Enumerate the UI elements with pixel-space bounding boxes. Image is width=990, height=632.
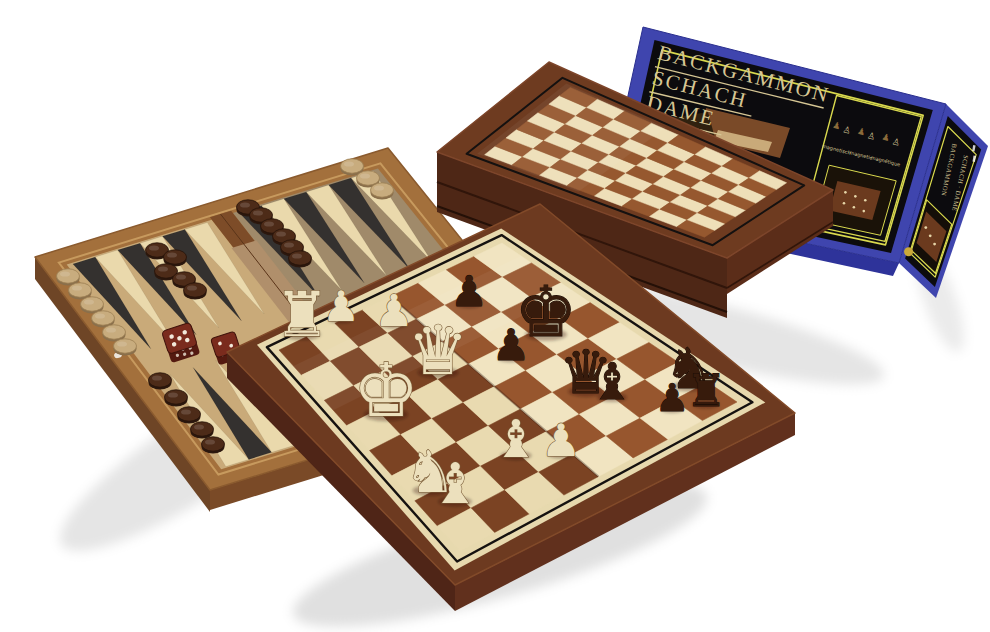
- svg-text:♝: ♝: [493, 409, 540, 469]
- backgammon-checker-light[interactable]: [371, 183, 394, 200]
- product-photo-scene: BACKGAMMONSCHACH · DAMEBACKGAMMONSCHACHD…: [0, 0, 990, 632]
- svg-text:♟: ♟: [655, 376, 689, 420]
- chess-piece-black-rook[interactable]: ♜: [686, 364, 726, 417]
- backgammon-checker-dark[interactable]: [165, 390, 188, 407]
- chess-piece-black-pawn[interactable]: ♟: [492, 320, 531, 370]
- backgammon-checker-dark[interactable]: [184, 283, 207, 300]
- svg-text:♚: ♚: [353, 347, 419, 433]
- svg-text:♜: ♜: [274, 278, 330, 351]
- backgammon-checker-dark[interactable]: [178, 407, 201, 424]
- chess-piece-black-bishop[interactable]: ♝: [590, 353, 635, 411]
- backgammon-checker-dark[interactable]: [202, 437, 225, 454]
- backgammon-checker-dark[interactable]: [289, 251, 312, 268]
- svg-text:♟: ♟: [541, 414, 581, 467]
- backgammon-checker-light[interactable]: [114, 339, 137, 356]
- svg-text:♟: ♟: [492, 320, 531, 370]
- chess-piece-white-bishop[interactable]: ♝: [493, 409, 540, 469]
- backgammon-checker-dark[interactable]: [149, 373, 172, 390]
- svg-text:♝: ♝: [430, 451, 480, 516]
- chess-piece-black-pawn[interactable]: ♟: [655, 376, 689, 420]
- chess-piece-white-rook[interactable]: ♜: [274, 278, 330, 351]
- box-logo-badge: [904, 247, 913, 256]
- svg-text:♜: ♜: [686, 364, 726, 417]
- scene-canvas: BACKGAMMONSCHACH · DAMEBACKGAMMONSCHACHD…: [0, 0, 990, 632]
- svg-text:♝: ♝: [590, 353, 635, 411]
- chess-piece-white-king[interactable]: ♚: [353, 347, 419, 433]
- svg-text:♟: ♟: [450, 267, 488, 316]
- backgammon-checker-dark[interactable]: [191, 422, 214, 439]
- chess-piece-white-bishop[interactable]: ♝: [430, 451, 480, 516]
- chess-piece-black-pawn[interactable]: ♟: [450, 267, 488, 316]
- chess-piece-white-pawn[interactable]: ♟: [541, 414, 581, 467]
